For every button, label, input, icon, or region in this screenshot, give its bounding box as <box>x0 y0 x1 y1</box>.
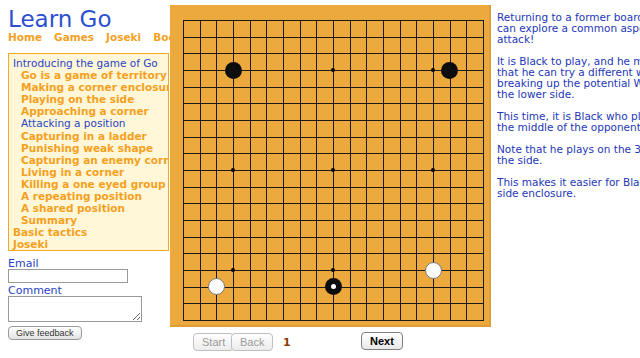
board-cell <box>225 312 242 329</box>
board-cell <box>458 129 475 146</box>
lesson-paragraph: Returning to a former board pos can expl… <box>497 12 640 45</box>
board-cell <box>208 145 225 162</box>
board-cell <box>475 62 492 79</box>
board-cell <box>225 45 242 62</box>
board-cell <box>408 95 425 112</box>
board-cell <box>308 262 325 279</box>
board-cell <box>175 12 192 29</box>
board-cell <box>442 12 459 29</box>
board-cell <box>408 45 425 62</box>
board-cell <box>192 179 209 196</box>
board-cell <box>292 212 309 229</box>
board-cell <box>225 162 242 179</box>
board-cell <box>425 262 442 279</box>
board-cell <box>342 95 359 112</box>
board-cell <box>175 112 192 129</box>
board-cell <box>392 95 409 112</box>
board-cell <box>475 162 492 179</box>
board-cell <box>475 12 492 29</box>
sidebar-item-killing-a-one-eyed-group[interactable]: Killing a one eyed group <box>13 178 164 190</box>
lesson-list: Introducing the game of Go Go is a game … <box>8 53 169 251</box>
board-cell <box>225 229 242 246</box>
last-move-marker <box>331 284 336 289</box>
board-cell <box>292 145 309 162</box>
page: Learn Go Home Games Joseki Books Introdu… <box>0 0 640 358</box>
board-cell <box>308 179 325 196</box>
board-cell <box>458 95 475 112</box>
board-cell <box>475 262 492 279</box>
board-cell <box>225 29 242 46</box>
board-cell <box>292 279 309 296</box>
email-field[interactable] <box>8 269 128 283</box>
board-cell <box>458 179 475 196</box>
board-cell <box>458 212 475 229</box>
board-cell <box>458 162 475 179</box>
board-cell <box>308 295 325 312</box>
board-cell <box>258 162 275 179</box>
board-cell <box>308 162 325 179</box>
board-cell <box>442 112 459 129</box>
sidebar-item-capturing-in-a-ladder[interactable]: Capturing in a ladder <box>13 130 164 142</box>
board-cell <box>308 212 325 229</box>
board-cell <box>258 245 275 262</box>
board-cell <box>175 162 192 179</box>
board-cell <box>325 29 342 46</box>
board-cell <box>392 45 409 62</box>
board-cell <box>225 212 242 229</box>
board-cell <box>392 279 409 296</box>
start-button[interactable]: Start <box>193 333 234 351</box>
board-cell <box>175 212 192 229</box>
board-cell <box>242 312 259 329</box>
board-cell <box>175 179 192 196</box>
board-cell <box>308 195 325 212</box>
board-cell <box>292 95 309 112</box>
board-cell <box>325 145 342 162</box>
board-cell <box>225 129 242 146</box>
board-cell <box>258 295 275 312</box>
board-cell <box>392 212 409 229</box>
board-cell <box>392 295 409 312</box>
board-cell <box>225 12 242 29</box>
board-cell <box>208 162 225 179</box>
board-cell <box>258 312 275 329</box>
board-cell <box>375 262 392 279</box>
board-cell <box>375 12 392 29</box>
board-cell <box>192 145 209 162</box>
board-cell <box>308 29 325 46</box>
board-cell <box>358 79 375 96</box>
board-cell <box>258 29 275 46</box>
board-cell <box>225 279 242 296</box>
board-cell <box>208 262 225 279</box>
board-cell <box>442 29 459 46</box>
board-cell <box>425 179 442 196</box>
board-cell <box>192 279 209 296</box>
board-cell <box>225 79 242 96</box>
board-cell <box>308 129 325 146</box>
sidebar-item-capturing-an-enemy-corner[interactable]: Capturing an enemy corner <box>13 154 164 166</box>
board-cell <box>192 162 209 179</box>
board-cell <box>458 279 475 296</box>
board-cell <box>308 79 325 96</box>
board-cell <box>342 195 359 212</box>
board-cell <box>375 79 392 96</box>
board-cell <box>208 312 225 329</box>
board-cell <box>292 195 309 212</box>
board-cell <box>258 145 275 162</box>
board-cell <box>425 29 442 46</box>
board-cell <box>308 62 325 79</box>
board-cell <box>325 62 342 79</box>
board-cell <box>442 295 459 312</box>
board-cell <box>292 179 309 196</box>
board-cell <box>458 195 475 212</box>
board-cell <box>375 279 392 296</box>
board-cell <box>442 162 459 179</box>
board-cell <box>375 195 392 212</box>
board-cell <box>325 79 342 96</box>
board-cell <box>292 112 309 129</box>
board-cell <box>408 229 425 246</box>
board-cell <box>292 162 309 179</box>
board-cell <box>308 112 325 129</box>
board-cell <box>292 62 309 79</box>
board-cell <box>208 29 225 46</box>
board-cell <box>375 312 392 329</box>
board-cell <box>208 245 225 262</box>
nav-item-home[interactable]: Home <box>8 31 42 43</box>
board-cell <box>442 245 459 262</box>
board-cell <box>308 95 325 112</box>
board-cell <box>242 62 259 79</box>
board-cell <box>375 62 392 79</box>
board-cell <box>375 212 392 229</box>
board-cell <box>458 295 475 312</box>
board-cell <box>175 29 192 46</box>
board-cell <box>425 62 442 79</box>
board-cell <box>475 45 492 62</box>
board-cell <box>425 95 442 112</box>
main-nav: Home Games Joseki Books <box>8 31 189 43</box>
board-cell <box>442 312 459 329</box>
board-cell <box>408 79 425 96</box>
board-cell <box>392 29 409 46</box>
board-cell <box>192 262 209 279</box>
board-cell <box>275 45 292 62</box>
board-cell <box>342 212 359 229</box>
board-cell <box>242 212 259 229</box>
board-cell <box>408 62 425 79</box>
board-cell <box>208 179 225 196</box>
board-cell <box>425 195 442 212</box>
sidebar-item-playing-on-the-side[interactable]: Playing on the side <box>13 93 164 105</box>
board-cell <box>275 62 292 79</box>
sidebar-item-summary[interactable]: Summary <box>13 214 164 226</box>
board-cell <box>225 179 242 196</box>
board-cell <box>308 279 325 296</box>
board-cell <box>308 312 325 329</box>
board-cell <box>442 145 459 162</box>
board-cell <box>392 195 409 212</box>
board-cell <box>275 245 292 262</box>
board-cell <box>208 195 225 212</box>
board-cell <box>475 279 492 296</box>
board-cell <box>258 229 275 246</box>
board-cell <box>375 295 392 312</box>
board-cell <box>225 62 242 79</box>
board-cell <box>375 145 392 162</box>
board-cell <box>442 262 459 279</box>
board-cell <box>275 262 292 279</box>
board-cell <box>342 279 359 296</box>
board-cell <box>392 112 409 129</box>
board-cell <box>358 179 375 196</box>
board-cell <box>175 79 192 96</box>
sidebar-item-a-repeating-position[interactable]: A repeating position <box>13 190 164 202</box>
board-cell <box>208 229 225 246</box>
board-cell <box>292 12 309 29</box>
stone-white <box>425 262 442 279</box>
board-cell <box>275 312 292 329</box>
board-cell <box>258 95 275 112</box>
board-cell <box>458 29 475 46</box>
stone-white <box>208 278 225 295</box>
board-cell <box>292 262 309 279</box>
board-cell <box>208 129 225 146</box>
board-cell <box>308 145 325 162</box>
board-cell <box>408 245 425 262</box>
board-cell <box>242 179 259 196</box>
board-cell <box>342 229 359 246</box>
board-cell <box>325 262 342 279</box>
sidebar-item-living-in-a-corner[interactable]: Living in a corner <box>13 166 164 178</box>
board-cell <box>358 229 375 246</box>
board-cell <box>258 195 275 212</box>
board-cell <box>375 245 392 262</box>
board-cell <box>342 29 359 46</box>
board-cell <box>325 12 342 29</box>
board-cell <box>342 79 359 96</box>
board-cell <box>275 12 292 29</box>
board-cell <box>358 312 375 329</box>
board-cell <box>192 12 209 29</box>
board-cell <box>475 312 492 329</box>
lesson-paragraph: It is Black to play, and he may d that h… <box>497 56 640 100</box>
nav-item-games[interactable]: Games <box>54 31 94 43</box>
board-cell <box>392 129 409 146</box>
board-cell <box>275 212 292 229</box>
board-cell <box>408 112 425 129</box>
board-cell <box>358 95 375 112</box>
board-cell <box>192 295 209 312</box>
board-cell <box>358 45 375 62</box>
sidebar-item-attacking-a-position[interactable]: Attacking a position <box>13 117 164 129</box>
sidebar-item-a-shared-position[interactable]: A shared position <box>13 202 164 214</box>
board-cell <box>242 112 259 129</box>
board-cell <box>392 262 409 279</box>
board-cell <box>325 179 342 196</box>
board-cell <box>475 29 492 46</box>
board-cell <box>358 112 375 129</box>
board-cell <box>258 212 275 229</box>
board-cell <box>358 162 375 179</box>
board-cell <box>475 245 492 262</box>
board-cell <box>475 129 492 146</box>
board-cell <box>225 145 242 162</box>
board-cell <box>342 245 359 262</box>
board-cell <box>308 229 325 246</box>
board-cell <box>292 245 309 262</box>
board-cell <box>225 195 242 212</box>
board-cell <box>325 279 342 296</box>
board-cell <box>192 245 209 262</box>
board-cell <box>375 112 392 129</box>
board-cell <box>325 212 342 229</box>
board-cell <box>325 129 342 146</box>
board-cell <box>458 145 475 162</box>
board-cell <box>175 245 192 262</box>
board-cell <box>292 229 309 246</box>
board-cell <box>175 312 192 329</box>
sidebar-item-joseki[interactable]: Joseki <box>13 238 164 250</box>
board-cell <box>375 45 392 62</box>
board-cell <box>425 312 442 329</box>
board-cell <box>175 95 192 112</box>
back-button[interactable]: Back <box>231 333 273 351</box>
board-cell <box>192 229 209 246</box>
board-cell <box>292 312 309 329</box>
board-cell <box>458 12 475 29</box>
go-board <box>170 5 491 327</box>
board-cell <box>208 95 225 112</box>
board-cell <box>408 295 425 312</box>
board-cell <box>392 79 409 96</box>
board-cell <box>425 212 442 229</box>
board-cell <box>342 62 359 79</box>
board-cell <box>325 45 342 62</box>
board-cell <box>275 162 292 179</box>
board-cell <box>275 79 292 96</box>
board-cell <box>192 45 209 62</box>
board-cell <box>342 112 359 129</box>
board-cell <box>408 29 425 46</box>
stone-black <box>441 62 458 79</box>
board-cell <box>275 295 292 312</box>
board-cell <box>225 245 242 262</box>
sidebar-item-approaching-a-corner[interactable]: Approaching a corner <box>13 105 164 117</box>
board-cell <box>392 229 409 246</box>
board-cell <box>258 279 275 296</box>
sidebar-item-basic-tactics[interactable]: Basic tactics <box>13 226 164 238</box>
board-cell <box>325 229 342 246</box>
board-cell <box>275 129 292 146</box>
board-cell <box>408 195 425 212</box>
go-board-grid <box>175 12 491 328</box>
board-cell <box>192 195 209 212</box>
board-cell <box>408 129 425 146</box>
board-cell <box>358 129 375 146</box>
board-cell <box>475 179 492 196</box>
lesson-text: Returning to a former board pos can expl… <box>497 12 640 342</box>
board-cell <box>342 179 359 196</box>
board-cell <box>258 79 275 96</box>
board-cell <box>442 129 459 146</box>
board-cell <box>442 79 459 96</box>
board-cell <box>342 262 359 279</box>
board-cell <box>475 145 492 162</box>
board-cell <box>475 95 492 112</box>
board-cell <box>342 12 359 29</box>
board-cell <box>275 279 292 296</box>
board-cell <box>425 295 442 312</box>
board-cell <box>225 262 242 279</box>
nav-item-joseki[interactable]: Joseki <box>106 31 141 43</box>
comment-field[interactable] <box>8 296 142 322</box>
give-feedback-button[interactable]: Give feedback <box>8 326 82 340</box>
board-cell <box>375 129 392 146</box>
stone-black <box>225 62 242 79</box>
board-cell <box>325 245 342 262</box>
board-cell <box>392 62 409 79</box>
board-cell <box>392 312 409 329</box>
board-cell <box>325 112 342 129</box>
board-cell <box>258 45 275 62</box>
board-cell <box>175 279 192 296</box>
board-cell <box>292 129 309 146</box>
board-cell <box>275 195 292 212</box>
sidebar-item-making-a-corner-enclosure[interactable]: Making a corner enclosure <box>13 81 164 93</box>
board-cell <box>175 295 192 312</box>
next-button[interactable]: Next <box>361 332 403 350</box>
board-cell <box>208 62 225 79</box>
board-cell <box>258 179 275 196</box>
board-cell <box>358 145 375 162</box>
board-cell <box>342 295 359 312</box>
board-cell <box>242 295 259 312</box>
board-cell <box>475 79 492 96</box>
lesson-list-title: Introducing the game of Go <box>13 57 164 69</box>
board-cell <box>342 129 359 146</box>
board-cell <box>175 45 192 62</box>
board-cell <box>242 145 259 162</box>
board-cell <box>208 295 225 312</box>
board-cell <box>325 295 342 312</box>
board-cell <box>458 45 475 62</box>
sidebar-item-go-is-a-game-of-territory[interactable]: Go is a game of territory <box>13 69 164 81</box>
board-cell <box>425 279 442 296</box>
board-cell <box>375 29 392 46</box>
board-cell <box>175 145 192 162</box>
board-cell <box>442 279 459 296</box>
board-cell <box>258 112 275 129</box>
board-cell <box>192 79 209 96</box>
board-cell <box>458 229 475 246</box>
board-cell <box>425 245 442 262</box>
board-cell <box>192 29 209 46</box>
board-cell <box>225 95 242 112</box>
board-cell <box>242 129 259 146</box>
board-cell <box>192 312 209 329</box>
board-cell <box>325 95 342 112</box>
sidebar-item-punishing-weak-shape[interactable]: Punishing weak shape <box>13 142 164 154</box>
board-cell <box>258 129 275 146</box>
board-cell <box>475 112 492 129</box>
board-cell <box>475 295 492 312</box>
board-cell <box>375 95 392 112</box>
stone-black-last-move <box>325 278 342 295</box>
board-cell <box>242 195 259 212</box>
